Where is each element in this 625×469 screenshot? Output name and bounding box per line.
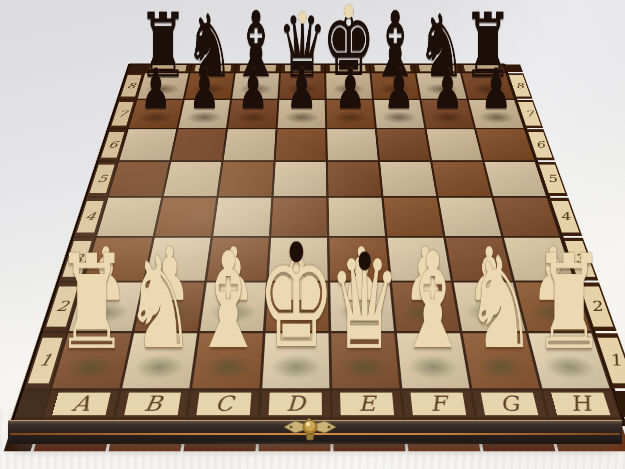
square-a1[interactable]: ♜: [52, 333, 131, 388]
piece-black-pawn[interactable]: ♟: [432, 63, 463, 116]
square-a7[interactable]: ♟: [129, 100, 183, 128]
file-label-c: C: [188, 391, 259, 417]
square-e6[interactable]: [327, 129, 378, 160]
square-h1[interactable]: ♜: [528, 333, 609, 388]
square-h7[interactable]: ♟: [469, 100, 524, 128]
square-e1[interactable]: ♛: [331, 333, 399, 388]
piece-white-knight[interactable]: ♞: [125, 244, 196, 365]
square-e5[interactable]: [328, 162, 381, 196]
piece-black-pawn[interactable]: ♟: [335, 63, 366, 116]
square-e7[interactable]: ♟: [327, 100, 375, 128]
square-c5[interactable]: [219, 162, 274, 196]
square-f6[interactable]: [377, 129, 430, 160]
square-g1[interactable]: ♞: [463, 333, 540, 388]
piece-white-knight[interactable]: ♞: [465, 244, 536, 365]
square-d7[interactable]: ♟: [278, 100, 326, 128]
chess-board: 8♜♞♝♛♚♝♞♜87♟♟♟♟♟♟♟♟7665544332♟♟♟♟♟♟♟♟21♜…: [9, 64, 625, 426]
piece-black-pawn[interactable]: ♟: [286, 63, 317, 116]
square-f7[interactable]: ♟: [374, 100, 424, 128]
piece-black-pawn[interactable]: ♟: [481, 63, 512, 116]
finial-ball: [358, 251, 370, 270]
square-f5[interactable]: [380, 162, 436, 196]
piece-black-pawn[interactable]: ♟: [383, 63, 414, 116]
square-h5[interactable]: [485, 162, 546, 196]
square-g6[interactable]: [427, 129, 482, 160]
square-c6[interactable]: [224, 129, 276, 160]
square-b7[interactable]: ♟: [179, 100, 231, 128]
scene: 8♜♞♝♛♚♝♞♜87♟♟♟♟♟♟♟♟7665544332♟♟♟♟♟♟♟♟21♜…: [0, 0, 625, 469]
file-label-g: G: [473, 391, 547, 417]
file-label-a: A: [44, 391, 119, 417]
square-d5[interactable]: [274, 162, 327, 196]
finial-ball: [290, 241, 303, 262]
file-label-e: E: [332, 391, 402, 417]
piece-black-pawn[interactable]: ♟: [140, 63, 171, 116]
square-a5[interactable]: [109, 162, 169, 196]
square-g7[interactable]: ♟: [421, 100, 474, 128]
square-c1[interactable]: ♝: [192, 333, 263, 388]
file-label-h: H: [543, 391, 619, 417]
piece-white-king[interactable]: ♚: [257, 231, 335, 364]
piece-white-rook[interactable]: ♜: [56, 240, 129, 364]
piece-white-bishop[interactable]: ♝: [396, 238, 470, 364]
square-f1[interactable]: ♝: [397, 333, 470, 388]
piece-black-pawn[interactable]: ♟: [189, 63, 220, 116]
piece-white-bishop[interactable]: ♝: [191, 238, 265, 364]
piece-white-rook[interactable]: ♜: [533, 240, 606, 364]
photo-canvas: 8♜♞♝♛♚♝♞♜87♟♟♟♟♟♟♟♟7665544332♟♟♟♟♟♟♟♟21♜…: [0, 0, 625, 469]
square-d1[interactable]: ♚: [262, 333, 329, 388]
square-c7[interactable]: ♟: [228, 100, 277, 128]
square-h6[interactable]: [476, 129, 534, 160]
file-label-b: B: [116, 391, 189, 417]
square-a6[interactable]: [119, 129, 176, 160]
square-b5[interactable]: [164, 162, 222, 196]
square-b1[interactable]: ♞: [122, 333, 197, 388]
finial-ball: [344, 4, 353, 18]
piece-black-pawn[interactable]: ♟: [238, 63, 269, 116]
square-g5[interactable]: [432, 162, 491, 196]
finial-ball: [298, 11, 306, 24]
square-d6[interactable]: [276, 129, 326, 160]
piece-white-queen[interactable]: ♛: [329, 242, 401, 364]
square-b6[interactable]: [172, 129, 226, 160]
file-label-f: F: [403, 391, 475, 417]
brass-clasp-icon[interactable]: [280, 414, 340, 448]
